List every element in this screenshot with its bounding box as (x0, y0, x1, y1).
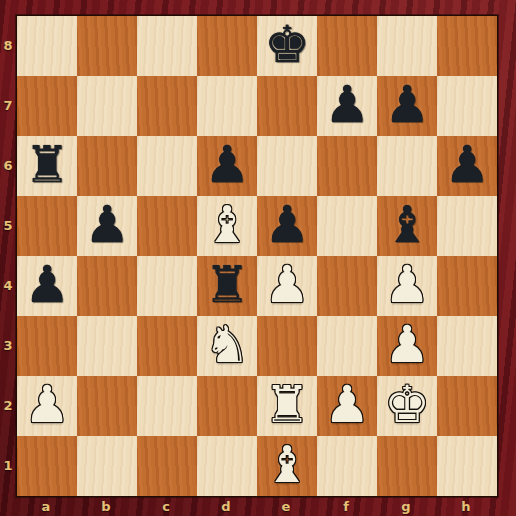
square-e1[interactable]: ♝ (257, 436, 317, 496)
piece-white-king[interactable]: ♚ (377, 376, 437, 436)
square-c5[interactable] (137, 196, 197, 256)
piece-black-pawn[interactable]: ♟ (197, 136, 257, 196)
square-c6[interactable] (137, 136, 197, 196)
square-e5[interactable]: ♟ (257, 196, 317, 256)
square-h2[interactable] (437, 376, 497, 436)
square-e4[interactable]: ♟ (257, 256, 317, 316)
file-label-g: g (376, 496, 436, 516)
rank-label-5: 5 (0, 195, 16, 255)
square-g4[interactable]: ♟ (377, 256, 437, 316)
square-e8[interactable]: ♚ (257, 16, 317, 76)
square-h7[interactable] (437, 76, 497, 136)
square-d2[interactable] (197, 376, 257, 436)
rank-label-3: 3 (0, 315, 16, 375)
square-a1[interactable] (17, 436, 77, 496)
piece-black-pawn[interactable]: ♟ (437, 136, 497, 196)
square-g6[interactable] (377, 136, 437, 196)
piece-white-pawn[interactable]: ♟ (377, 256, 437, 316)
square-a7[interactable] (17, 76, 77, 136)
square-h6[interactable]: ♟ (437, 136, 497, 196)
square-c2[interactable] (137, 376, 197, 436)
square-f5[interactable] (317, 196, 377, 256)
piece-white-pawn[interactable]: ♟ (257, 256, 317, 316)
square-c3[interactable] (137, 316, 197, 376)
square-f2[interactable]: ♟ (317, 376, 377, 436)
square-h5[interactable] (437, 196, 497, 256)
piece-white-rook[interactable]: ♜ (257, 376, 317, 436)
file-label-e: e (256, 496, 316, 516)
square-b2[interactable] (77, 376, 137, 436)
piece-black-pawn[interactable]: ♟ (77, 196, 137, 256)
square-d7[interactable] (197, 76, 257, 136)
piece-white-pawn[interactable]: ♟ (17, 376, 77, 436)
square-h4[interactable] (437, 256, 497, 316)
file-label-f: f (316, 496, 376, 516)
square-g5[interactable]: ♝ (377, 196, 437, 256)
square-a2[interactable]: ♟ (17, 376, 77, 436)
square-b1[interactable] (77, 436, 137, 496)
piece-black-pawn[interactable]: ♟ (17, 256, 77, 316)
square-d6[interactable]: ♟ (197, 136, 257, 196)
square-a8[interactable] (17, 16, 77, 76)
piece-black-pawn[interactable]: ♟ (317, 76, 377, 136)
file-label-c: c (136, 496, 196, 516)
rank-label-8: 8 (0, 15, 16, 75)
square-e7[interactable] (257, 76, 317, 136)
piece-black-king[interactable]: ♚ (257, 16, 317, 76)
square-b8[interactable] (77, 16, 137, 76)
square-f1[interactable] (317, 436, 377, 496)
square-f3[interactable] (317, 316, 377, 376)
piece-white-knight[interactable]: ♞ (197, 316, 257, 376)
square-e6[interactable] (257, 136, 317, 196)
piece-black-rook[interactable]: ♜ (197, 256, 257, 316)
square-e3[interactable] (257, 316, 317, 376)
chess-board: ♚♟♟♜♟♟♟♝♟♝♟♜♟♟♞♟♟♜♟♚♝ (16, 15, 498, 497)
square-a4[interactable]: ♟ (17, 256, 77, 316)
piece-white-pawn[interactable]: ♟ (317, 376, 377, 436)
square-g2[interactable]: ♚ (377, 376, 437, 436)
square-h1[interactable] (437, 436, 497, 496)
file-label-h: h (436, 496, 496, 516)
square-d8[interactable] (197, 16, 257, 76)
square-h3[interactable] (437, 316, 497, 376)
square-b7[interactable] (77, 76, 137, 136)
square-d1[interactable] (197, 436, 257, 496)
rank-label-2: 2 (0, 375, 16, 435)
square-g3[interactable]: ♟ (377, 316, 437, 376)
square-g7[interactable]: ♟ (377, 76, 437, 136)
rank-labels: 87654321 (0, 15, 16, 495)
square-h8[interactable] (437, 16, 497, 76)
piece-white-bishop[interactable]: ♝ (257, 436, 317, 496)
square-b4[interactable] (77, 256, 137, 316)
square-a5[interactable] (17, 196, 77, 256)
square-g8[interactable] (377, 16, 437, 76)
rank-label-7: 7 (0, 75, 16, 135)
piece-black-pawn[interactable]: ♟ (377, 76, 437, 136)
piece-white-pawn[interactable]: ♟ (377, 316, 437, 376)
square-f7[interactable]: ♟ (317, 76, 377, 136)
piece-white-bishop[interactable]: ♝ (197, 196, 257, 256)
piece-black-pawn[interactable]: ♟ (257, 196, 317, 256)
square-c8[interactable] (137, 16, 197, 76)
square-c7[interactable] (137, 76, 197, 136)
square-d4[interactable]: ♜ (197, 256, 257, 316)
file-label-a: a (16, 496, 76, 516)
square-c4[interactable] (137, 256, 197, 316)
square-b5[interactable]: ♟ (77, 196, 137, 256)
piece-black-bishop[interactable]: ♝ (377, 196, 437, 256)
square-a3[interactable] (17, 316, 77, 376)
square-e2[interactable]: ♜ (257, 376, 317, 436)
square-b6[interactable] (77, 136, 137, 196)
square-c1[interactable] (137, 436, 197, 496)
chess-board-frame: 87654321 ♚♟♟♜♟♟♟♝♟♝♟♜♟♟♞♟♟♜♟♚♝ abcdefgh (0, 0, 516, 516)
file-label-b: b (76, 496, 136, 516)
square-d5[interactable]: ♝ (197, 196, 257, 256)
rank-label-1: 1 (0, 435, 16, 495)
square-b3[interactable] (77, 316, 137, 376)
file-label-d: d (196, 496, 256, 516)
rank-label-6: 6 (0, 135, 16, 195)
file-labels: abcdefgh (16, 496, 496, 516)
rank-label-4: 4 (0, 255, 16, 315)
square-f6[interactable] (317, 136, 377, 196)
square-a6[interactable]: ♜ (17, 136, 77, 196)
square-f8[interactable] (317, 16, 377, 76)
square-g1[interactable] (377, 436, 437, 496)
square-d3[interactable]: ♞ (197, 316, 257, 376)
square-f4[interactable] (317, 256, 377, 316)
piece-black-rook[interactable]: ♜ (17, 136, 77, 196)
